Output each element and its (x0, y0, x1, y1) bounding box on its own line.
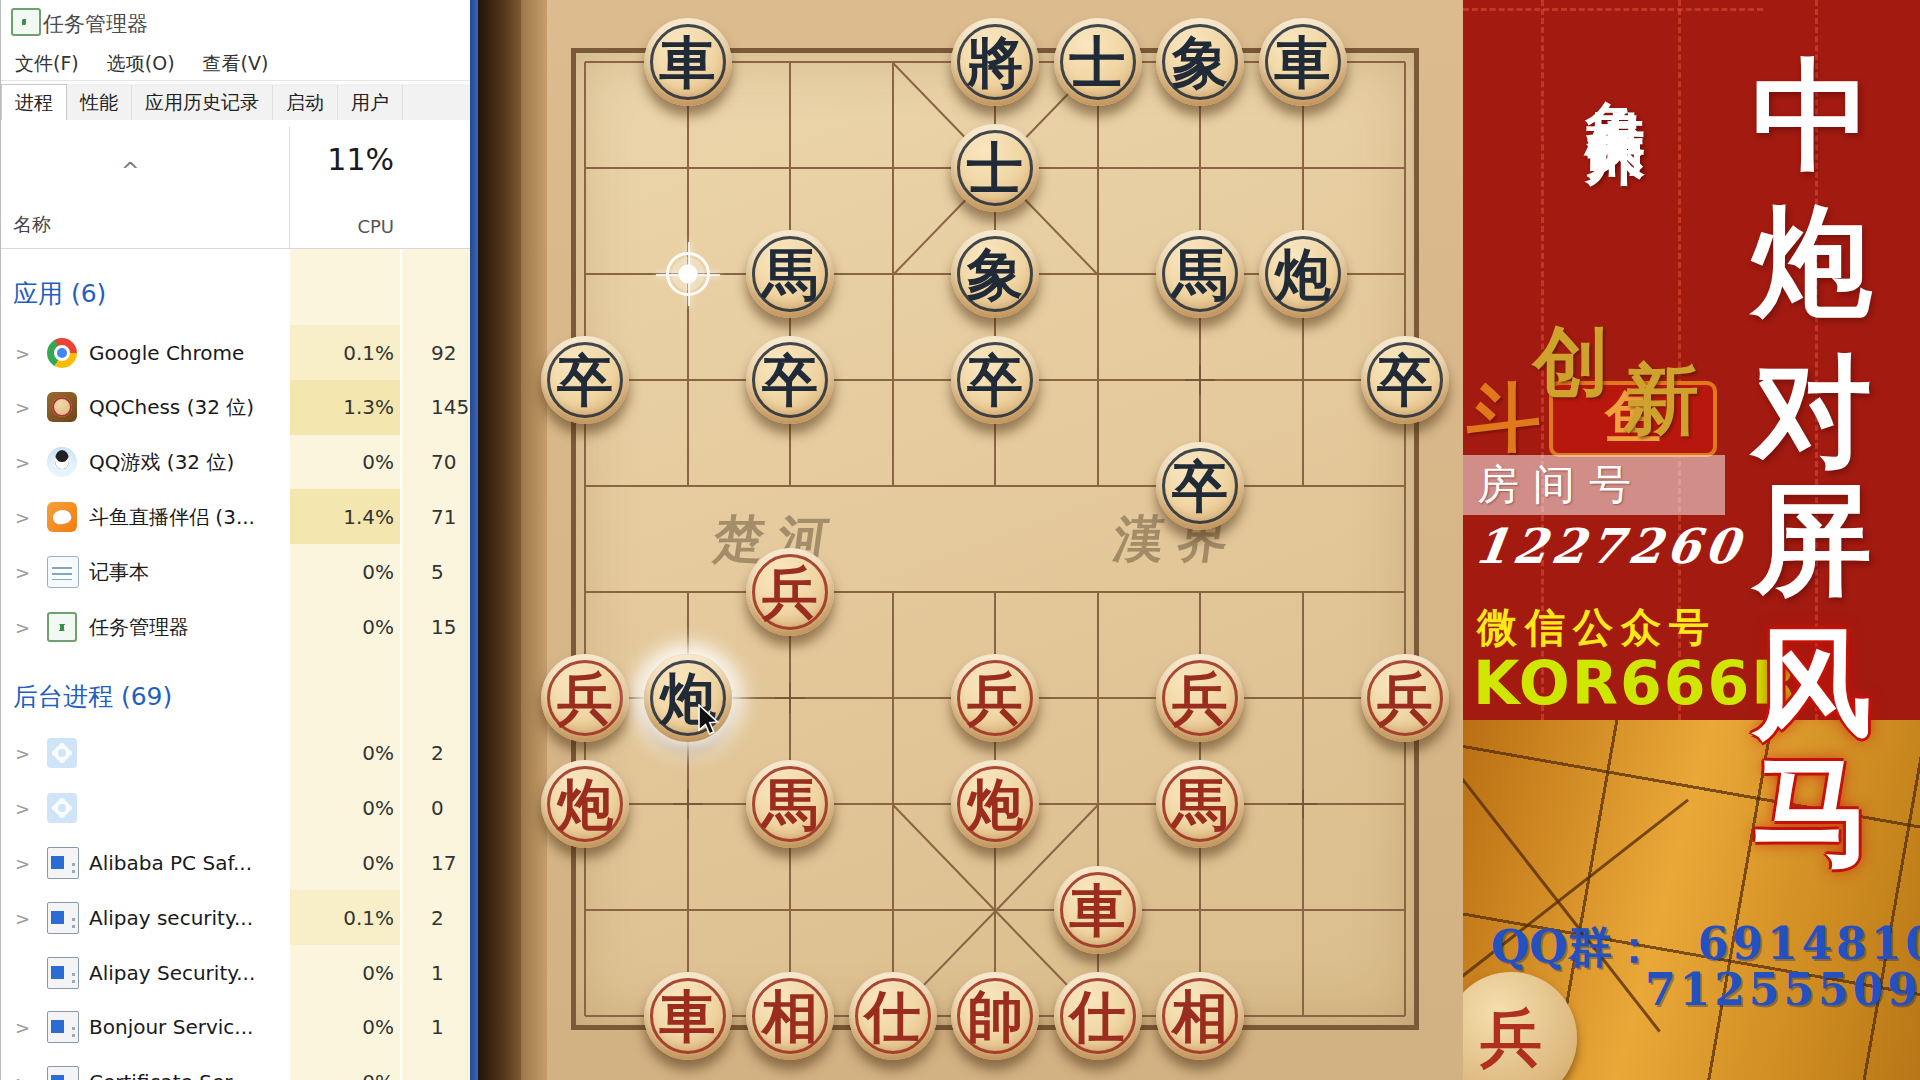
window-icon (47, 847, 79, 879)
black-piece-將[interactable]: 將 (951, 18, 1039, 106)
xiangqi-board[interactable]: 楚河漢界車將士象車士馬象馬炮卒卒卒卒卒兵兵炮兵兵兵炮馬炮馬車車相仕帥仕相 (478, 0, 1463, 1080)
process-cpu-value: 0% (290, 435, 400, 490)
process-list: 应用 (6)>Google Chrome0.1%92>QQChess (32 位… (1, 249, 471, 1080)
process-cpu-value: 0% (290, 599, 400, 654)
expand-chevron-icon[interactable]: > (15, 1017, 30, 1038)
piece-glyph: 仕 (1070, 988, 1126, 1044)
process-cpu-value: 1.4% (290, 489, 400, 544)
banner-title-char-5: 风 (1745, 624, 1879, 744)
red-piece-馬[interactable]: 馬 (1156, 760, 1244, 848)
piece-glyph: 炮 (1275, 246, 1331, 302)
tab-用户[interactable]: 用户 (338, 85, 403, 120)
process-cpu-value: 0% (290, 781, 400, 836)
piece-glyph: 帥 (967, 988, 1023, 1044)
piece-glyph: 馬 (1172, 246, 1228, 302)
banner-title-char-4: 屏 (1745, 480, 1879, 600)
piece-glyph: 士 (967, 140, 1023, 196)
star-point-marker (1183, 363, 1217, 397)
piece-glyph: 炮 (967, 776, 1023, 832)
process-memory-value (431, 1055, 471, 1080)
black-piece-象[interactable]: 象 (951, 230, 1039, 318)
process-name: Google Chrome (89, 341, 244, 365)
process-name: 任务管理器 (89, 613, 189, 640)
piece-glyph: 象 (967, 246, 1023, 302)
black-piece-卒[interactable]: 卒 (951, 336, 1039, 424)
notepad-icon (47, 556, 79, 588)
process-name: 记事本 (89, 558, 149, 585)
process-cpu-value: 0% (290, 544, 400, 599)
red-piece-車[interactable]: 車 (1054, 866, 1142, 954)
process-row[interactable]: >0%0 (1, 781, 471, 836)
banner-title-char-3: 对 (1745, 352, 1879, 472)
piece-glyph: 馬 (762, 246, 818, 302)
piece-glyph: 相 (762, 988, 818, 1044)
red-piece-兵[interactable]: 兵 (1361, 654, 1449, 742)
tab-性能[interactable]: 性能 (67, 85, 132, 120)
douyu-icon (47, 502, 77, 532)
expand-chevron-icon[interactable]: > (15, 798, 30, 819)
process-memory-value: 15 (431, 599, 471, 654)
expand-chevron-icon[interactable]: > (15, 907, 30, 928)
stream-banner: 象棋大师 创 新 斗 鱼 房间号 1227260 微信公众号 KOR666R 兵… (1463, 0, 1920, 1080)
window-icon (47, 1011, 79, 1043)
process-row[interactable]: >0%2 (1, 726, 471, 781)
tab-启动[interactable]: 启动 (273, 85, 338, 120)
process-row[interactable]: >Alibaba PC Saf...0%17 (1, 835, 471, 890)
piece-glyph: 卒 (967, 352, 1023, 408)
menu-bar: 文件(F)选项(O)查看(V) (1, 44, 471, 81)
black-piece-士[interactable]: 士 (1054, 18, 1142, 106)
process-memory-value: 5 (431, 544, 471, 599)
black-piece-卒[interactable]: 卒 (541, 336, 629, 424)
black-piece-象[interactable]: 象 (1156, 18, 1244, 106)
expand-chevron-icon[interactable]: > (15, 743, 30, 764)
last-move-origin-marker (656, 242, 720, 306)
task-manager-window: 任务管理器 文件(F)选项(O)查看(V) 进程性能应用历史记录启动用户详细信息… (0, 0, 471, 1080)
piece-glyph: 卒 (1172, 458, 1228, 514)
task-manager-titlebar[interactable]: 任务管理器 (1, 0, 471, 42)
window-icon (47, 1066, 79, 1080)
room-number-box: 房间号 (1463, 455, 1725, 515)
mouse-cursor (696, 704, 724, 736)
process-cpu-value: 0.1% (290, 325, 400, 380)
expand-chevron-icon[interactable]: > (15, 852, 30, 873)
star-point-marker (1286, 787, 1320, 821)
process-name: Bonjour Servic... (89, 1015, 253, 1039)
red-piece-帥[interactable]: 帥 (951, 972, 1039, 1060)
process-cpu-value: 0% (290, 945, 400, 1000)
cpu-total-value: 11% (290, 142, 394, 177)
process-cpu-value: 0% (290, 726, 400, 781)
red-piece-炮[interactable]: 炮 (951, 760, 1039, 848)
red-piece-炮[interactable]: 炮 (541, 760, 629, 848)
process-memory-value: 1 (431, 1000, 471, 1055)
black-piece-卒[interactable]: 卒 (746, 336, 834, 424)
piece-glyph: 兵 (762, 564, 818, 620)
red-piece-車[interactable]: 車 (644, 972, 732, 1060)
process-memory-value: 92 (431, 325, 471, 380)
xiangqi-game-window: 楚河漢界車將士象車士馬象馬炮卒卒卒卒卒兵兵炮兵兵兵炮馬炮馬車車相仕帥仕相 (478, 0, 1463, 1080)
douyu-logo-char-1: 斗 (1467, 369, 1541, 469)
banner-subtitle: 象棋大师 (1575, 52, 1656, 92)
star-point-marker (671, 787, 705, 821)
cpu-column-header[interactable]: CPU (290, 216, 394, 237)
piece-glyph: 馬 (1172, 776, 1228, 832)
black-piece-卒[interactable]: 卒 (1361, 336, 1449, 424)
process-row[interactable]: >Alipay security...0.1%2 (1, 890, 471, 945)
piece-glyph: 車 (660, 988, 716, 1044)
process-section-header[interactable]: 后台进程 (69) (13, 680, 172, 713)
piece-glyph: 兵 (967, 670, 1023, 726)
process-row[interactable]: >Bonjour Servic...0%1 (1, 1000, 471, 1055)
column-divider (289, 126, 290, 248)
red-piece-相[interactable]: 相 (1156, 972, 1244, 1060)
window-icon (47, 957, 79, 989)
process-row[interactable]: >任务管理器0%15 (1, 599, 471, 654)
piece-glyph: 將 (967, 34, 1023, 90)
qq-group-label: QQ群： (1491, 918, 1656, 977)
process-name: QQ游戏 (32 位) (89, 449, 234, 476)
red-piece-兵[interactable]: 兵 (1156, 654, 1244, 742)
piece-glyph: 炮 (557, 776, 613, 832)
taskmgr-icon (47, 612, 77, 642)
black-piece-車[interactable]: 車 (644, 18, 732, 106)
chrome-icon (47, 338, 77, 368)
tab-应用历史记录[interactable]: 应用历史记录 (132, 85, 273, 120)
banner-title-char-6: 马 (1745, 752, 1879, 872)
expand-chevron-icon[interactable]: > (15, 561, 30, 582)
process-row[interactable]: >记事本0%5 (1, 544, 471, 599)
red-piece-馬[interactable]: 馬 (746, 760, 834, 848)
process-cpu-value: 1.3% (290, 380, 400, 435)
piece-glyph: 象 (1172, 34, 1228, 90)
expand-chevron-icon[interactable]: > (15, 506, 30, 527)
gear-icon (47, 793, 77, 823)
process-section-header[interactable]: 应用 (6) (13, 277, 106, 310)
process-memory-value: 17 (431, 835, 471, 890)
process-row[interactable]: >斗鱼直播伴侣 (3...1.4%71 (1, 489, 471, 544)
process-row[interactable]: >Google Chrome0.1%92 (1, 325, 471, 380)
red-piece-仕[interactable]: 仕 (849, 972, 937, 1060)
menu-item[interactable]: 查看(V) (189, 44, 283, 84)
process-name: Certificate Ser... (89, 1070, 250, 1080)
piece-glyph: 兵 (1377, 670, 1433, 726)
red-piece-仕[interactable]: 仕 (1054, 972, 1142, 1060)
window-title: 任务管理器 (43, 10, 148, 38)
red-piece-兵[interactable]: 兵 (746, 548, 834, 636)
expand-chevron-icon[interactable]: > (15, 342, 30, 363)
piece-glyph: 仕 (865, 988, 921, 1044)
red-piece-兵[interactable]: 兵 (951, 654, 1039, 742)
piece-glyph: 卒 (1377, 352, 1433, 408)
photo-chess-piece: 兵 (1463, 972, 1577, 1080)
game-window-edge (470, 0, 478, 1080)
process-cpu-value: 0% (290, 835, 400, 890)
qqgame-icon (47, 447, 77, 477)
piece-glyph: 卒 (557, 352, 613, 408)
banner-gold-char-1: 创 (1533, 312, 1609, 415)
tab-bar: 进程性能应用历史记录启动用户详细信息 (1, 84, 471, 121)
process-memory-value: 145 (431, 380, 471, 435)
piece-glyph: 兵 (1172, 670, 1228, 726)
piece-glyph: 卒 (762, 352, 818, 408)
gear-icon (47, 738, 77, 768)
grid-line (584, 62, 586, 1016)
list-header: ^ 名称 11% CPU (1, 120, 471, 249)
expand-chevron-icon[interactable]: > (15, 1072, 30, 1080)
wechat-label: 微信公众号 (1477, 600, 1717, 655)
process-memory-value: 2 (431, 726, 471, 781)
process-row[interactable]: Alipay Security...0%1 (1, 945, 471, 1000)
menu-item[interactable]: 文件(F) (1, 44, 93, 84)
piece-glyph: 車 (660, 34, 716, 90)
banner-gold-char-2: 新 (1623, 350, 1699, 453)
black-piece-車[interactable]: 車 (1259, 18, 1347, 106)
piece-glyph: 馬 (762, 776, 818, 832)
expand-chevron-icon[interactable]: > (15, 452, 30, 473)
window-icon (47, 902, 79, 934)
piece-glyph: 車 (1275, 34, 1331, 90)
piece-glyph: 車 (1070, 882, 1126, 938)
process-name: Alipay security... (89, 906, 253, 930)
expand-chevron-icon[interactable]: > (15, 616, 30, 637)
sort-caret-icon[interactable]: ^ (121, 158, 139, 183)
piece-glyph: 相 (1172, 988, 1228, 1044)
banner-title-char-2: 炮 (1745, 202, 1879, 322)
process-name: Alibaba PC Saf... (89, 851, 252, 875)
grid-line (1404, 62, 1406, 1016)
black-piece-馬[interactable]: 馬 (746, 230, 834, 318)
process-cpu-value: 0% (290, 1055, 400, 1080)
process-memory-value: 2 (431, 890, 471, 945)
task-manager-icon (11, 8, 41, 36)
piece-glyph: 兵 (557, 670, 613, 726)
process-name: 斗鱼直播伴侣 (3... (89, 503, 255, 530)
black-piece-士[interactable]: 士 (951, 124, 1039, 212)
room-number: 1227260 (1471, 518, 1748, 574)
red-piece-兵[interactable]: 兵 (541, 654, 629, 742)
qq-group-number-2: 712555099 (1645, 964, 1920, 1015)
process-memory-value: 0 (431, 781, 471, 836)
process-name: Alipay Security... (89, 961, 255, 985)
process-memory-value: 70 (431, 435, 471, 490)
process-row[interactable]: >QQChess (32 位)1.3%145 (1, 380, 471, 435)
room-label: 房间号 (1463, 457, 1645, 513)
name-column-header[interactable]: 名称 (13, 212, 51, 238)
process-memory-value: 71 (431, 489, 471, 544)
star-point-marker (773, 681, 807, 715)
red-piece-相[interactable]: 相 (746, 972, 834, 1060)
expand-chevron-icon[interactable]: > (15, 397, 30, 418)
piece-glyph: 士 (1070, 34, 1126, 90)
process-name: QQChess (32 位) (89, 394, 254, 421)
black-piece-馬[interactable]: 馬 (1156, 230, 1244, 318)
banner-title-char-1: 中 (1745, 56, 1879, 176)
screen: 任务管理器 文件(F)选项(O)查看(V) 进程性能应用历史记录启动用户详细信息… (0, 0, 1920, 1080)
tab-进程[interactable]: 进程 (1, 84, 67, 121)
black-piece-炮[interactable]: 炮 (1259, 230, 1347, 318)
process-memory-value: 1 (431, 945, 471, 1000)
process-row[interactable]: >Certificate Ser...0% (1, 1055, 471, 1080)
menu-item[interactable]: 选项(O) (93, 44, 189, 84)
process-cpu-value: 0.1% (290, 890, 400, 945)
black-piece-卒[interactable]: 卒 (1156, 442, 1244, 530)
process-row[interactable]: >QQ游戏 (32 位)0%70 (1, 435, 471, 490)
qqchess-icon (47, 392, 77, 422)
process-cpu-value: 0% (290, 1000, 400, 1055)
stitch-line (1463, 8, 1763, 11)
